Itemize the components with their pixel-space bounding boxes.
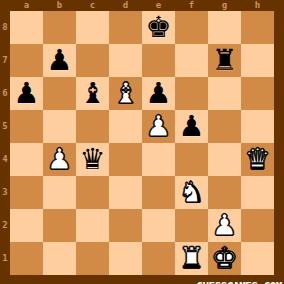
piece-black-rook-g7: ♜ [208, 44, 241, 77]
piece-black-pawn-f5: ♟ [175, 110, 208, 143]
piece-black-pawn-e6: ♟ [142, 77, 175, 110]
square-c4[interactable]: ♛ [76, 143, 109, 176]
square-g5[interactable] [208, 110, 241, 143]
square-h4[interactable]: ♛ [241, 143, 274, 176]
square-g7[interactable]: ♜ [208, 44, 241, 77]
square-a3[interactable] [10, 176, 43, 209]
square-a6[interactable]: ♟ [10, 77, 43, 110]
square-b5[interactable] [43, 110, 76, 143]
piece-white-bishop-d6: ♝ [109, 77, 142, 110]
square-e4[interactable] [142, 143, 175, 176]
square-h1[interactable] [241, 242, 274, 275]
file-label-c: c [76, 0, 109, 11]
square-f3[interactable]: ♞ [175, 176, 208, 209]
rank-label-2: 2 [0, 209, 10, 242]
square-e8[interactable]: ♚ [142, 11, 175, 44]
rank-labels: 87654321 [0, 11, 10, 275]
square-f5[interactable]: ♟ [175, 110, 208, 143]
piece-black-bishop-c6: ♝ [76, 77, 109, 110]
piece-white-knight-f3: ♞ [175, 176, 208, 209]
square-f7[interactable] [175, 44, 208, 77]
square-d7[interactable] [109, 44, 142, 77]
square-h3[interactable] [241, 176, 274, 209]
square-a2[interactable] [10, 209, 43, 242]
piece-black-pawn-a6: ♟ [10, 77, 43, 110]
square-b8[interactable] [43, 11, 76, 44]
square-h8[interactable] [241, 11, 274, 44]
rank-label-7: 7 [0, 44, 10, 77]
square-d3[interactable] [109, 176, 142, 209]
square-g2[interactable]: ♟ [208, 209, 241, 242]
piece-white-queen-h4: ♛ [241, 143, 274, 176]
square-a5[interactable] [10, 110, 43, 143]
square-e1[interactable] [142, 242, 175, 275]
square-h7[interactable] [241, 44, 274, 77]
square-h6[interactable] [241, 77, 274, 110]
piece-black-pawn-b7: ♟ [43, 44, 76, 77]
piece-white-rook-f1: ♜ [175, 242, 208, 275]
square-a7[interactable] [10, 44, 43, 77]
piece-white-pawn-b4: ♟ [43, 143, 76, 176]
square-g4[interactable] [208, 143, 241, 176]
chess-board-frame: abcdefgh 87654321 ♚♟♜♟♝♝♟♟♟♟♛♛♞♟♜♚ CHESS… [0, 0, 284, 284]
square-f8[interactable] [175, 11, 208, 44]
file-label-a: a [10, 0, 43, 11]
square-d8[interactable] [109, 11, 142, 44]
square-e7[interactable] [142, 44, 175, 77]
file-label-d: d [109, 0, 142, 11]
square-g3[interactable] [208, 176, 241, 209]
rank-label-6: 6 [0, 77, 10, 110]
square-b3[interactable] [43, 176, 76, 209]
square-d1[interactable] [109, 242, 142, 275]
square-d4[interactable] [109, 143, 142, 176]
square-a4[interactable] [10, 143, 43, 176]
rank-label-5: 5 [0, 110, 10, 143]
square-a1[interactable] [10, 242, 43, 275]
square-f4[interactable] [175, 143, 208, 176]
piece-white-pawn-g2: ♟ [208, 209, 241, 242]
piece-black-queen-c4: ♛ [76, 143, 109, 176]
file-label-h: h [241, 0, 274, 11]
square-d5[interactable] [109, 110, 142, 143]
file-label-b: b [43, 0, 76, 11]
square-g8[interactable] [208, 11, 241, 44]
square-f2[interactable] [175, 209, 208, 242]
square-e3[interactable] [142, 176, 175, 209]
square-c6[interactable]: ♝ [76, 77, 109, 110]
square-b1[interactable] [43, 242, 76, 275]
square-h2[interactable] [241, 209, 274, 242]
rank-label-3: 3 [0, 176, 10, 209]
square-e6[interactable]: ♟ [142, 77, 175, 110]
square-c5[interactable] [76, 110, 109, 143]
rank-label-8: 8 [0, 11, 10, 44]
square-a8[interactable] [10, 11, 43, 44]
square-c8[interactable] [76, 11, 109, 44]
file-labels: abcdefgh [10, 0, 274, 11]
square-f1[interactable]: ♜ [175, 242, 208, 275]
square-g1[interactable]: ♚ [208, 242, 241, 275]
piece-white-king-g1: ♚ [208, 242, 241, 275]
bottom-border: CHESSGAMES.COM [0, 275, 284, 284]
square-b4[interactable]: ♟ [43, 143, 76, 176]
piece-black-king-e8: ♚ [142, 11, 175, 44]
file-label-g: g [208, 0, 241, 11]
square-e5[interactable]: ♟ [142, 110, 175, 143]
square-d6[interactable]: ♝ [109, 77, 142, 110]
square-c1[interactable] [76, 242, 109, 275]
piece-white-pawn-e5: ♟ [142, 110, 175, 143]
square-e2[interactable] [142, 209, 175, 242]
square-c7[interactable] [76, 44, 109, 77]
square-b6[interactable] [43, 77, 76, 110]
square-h5[interactable] [241, 110, 274, 143]
square-c2[interactable] [76, 209, 109, 242]
square-c3[interactable] [76, 176, 109, 209]
chess-board: ♚♟♜♟♝♝♟♟♟♟♛♛♞♟♜♚ [10, 11, 274, 275]
square-b2[interactable] [43, 209, 76, 242]
rank-label-1: 1 [0, 242, 10, 275]
square-b7[interactable]: ♟ [43, 44, 76, 77]
file-label-f: f [175, 0, 208, 11]
square-g6[interactable] [208, 77, 241, 110]
rank-label-4: 4 [0, 143, 10, 176]
square-f6[interactable] [175, 77, 208, 110]
square-d2[interactable] [109, 209, 142, 242]
